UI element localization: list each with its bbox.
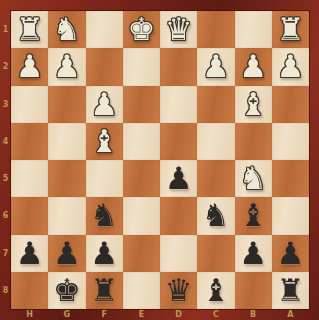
black-queen-d8[interactable]: ♛ bbox=[165, 275, 193, 306]
black-king-g8[interactable]: ♚ bbox=[53, 275, 81, 306]
square-f4[interactable]: ♝ bbox=[86, 123, 123, 160]
white-pawn-h2[interactable]: ♟ bbox=[16, 51, 44, 82]
square-d5[interactable]: ♟ bbox=[160, 160, 197, 197]
square-c5[interactable] bbox=[197, 160, 234, 197]
square-h7[interactable]: ♟ bbox=[11, 235, 48, 272]
square-c1[interactable] bbox=[197, 11, 234, 48]
square-d2[interactable] bbox=[160, 48, 197, 85]
black-rook-a8[interactable]: ♜ bbox=[276, 275, 304, 306]
square-g1[interactable]: ♞ bbox=[48, 11, 85, 48]
square-f7[interactable]: ♟ bbox=[86, 235, 123, 272]
square-d4[interactable] bbox=[160, 123, 197, 160]
square-g2[interactable]: ♟ bbox=[48, 48, 85, 85]
square-e8[interactable] bbox=[123, 272, 160, 309]
square-e7[interactable] bbox=[123, 235, 160, 272]
square-c3[interactable] bbox=[197, 86, 234, 123]
square-c8[interactable]: ♝ bbox=[197, 272, 234, 309]
square-b3[interactable]: ♝ bbox=[235, 86, 272, 123]
rank-label-1: 1 bbox=[0, 11, 11, 48]
file-label-b: B bbox=[235, 309, 272, 320]
square-c4[interactable] bbox=[197, 123, 234, 160]
square-e6[interactable] bbox=[123, 197, 160, 234]
square-c6[interactable]: ♞ bbox=[197, 197, 234, 234]
square-f2[interactable] bbox=[86, 48, 123, 85]
square-a7[interactable]: ♟ bbox=[272, 235, 309, 272]
square-f6[interactable]: ♞ bbox=[86, 197, 123, 234]
square-d7[interactable] bbox=[160, 235, 197, 272]
rank-label-3: 3 bbox=[0, 86, 11, 123]
square-a2[interactable]: ♟ bbox=[272, 48, 309, 85]
square-d8[interactable]: ♛ bbox=[160, 272, 197, 309]
square-f1[interactable] bbox=[86, 11, 123, 48]
square-a6[interactable] bbox=[272, 197, 309, 234]
rank-label-2: 2 bbox=[0, 48, 11, 85]
square-d3[interactable] bbox=[160, 86, 197, 123]
black-pawn-a7[interactable]: ♟ bbox=[276, 238, 304, 269]
file-label-g: G bbox=[48, 309, 85, 320]
square-e3[interactable] bbox=[123, 86, 160, 123]
white-bishop-f4[interactable]: ♝ bbox=[90, 126, 118, 157]
square-h4[interactable] bbox=[11, 123, 48, 160]
white-rook-h1[interactable]: ♜ bbox=[16, 14, 44, 45]
black-pawn-b7[interactable]: ♟ bbox=[239, 238, 267, 269]
black-pawn-f7[interactable]: ♟ bbox=[90, 238, 118, 269]
square-e4[interactable] bbox=[123, 123, 160, 160]
square-g5[interactable] bbox=[48, 160, 85, 197]
white-king-e1[interactable]: ♚ bbox=[127, 14, 155, 45]
file-label-h: H bbox=[11, 309, 48, 320]
square-g8[interactable]: ♚ bbox=[48, 272, 85, 309]
rank-label-4: 4 bbox=[0, 123, 11, 160]
square-e1[interactable]: ♚ bbox=[123, 11, 160, 48]
black-knight-f6[interactable]: ♞ bbox=[90, 200, 118, 231]
square-a3[interactable] bbox=[272, 86, 309, 123]
rank-label-8: 8 bbox=[0, 272, 11, 309]
square-h3[interactable] bbox=[11, 86, 48, 123]
square-g6[interactable] bbox=[48, 197, 85, 234]
white-bishop-b3[interactable]: ♝ bbox=[239, 89, 267, 120]
square-h5[interactable] bbox=[11, 160, 48, 197]
white-pawn-a2[interactable]: ♟ bbox=[276, 51, 304, 82]
white-pawn-c2[interactable]: ♟ bbox=[202, 51, 230, 82]
black-bishop-b6[interactable]: ♝ bbox=[239, 200, 267, 231]
square-g7[interactable]: ♟ bbox=[48, 235, 85, 272]
square-h1[interactable]: ♜ bbox=[11, 11, 48, 48]
square-b1[interactable] bbox=[235, 11, 272, 48]
square-a8[interactable]: ♜ bbox=[272, 272, 309, 309]
square-b7[interactable]: ♟ bbox=[235, 235, 272, 272]
square-a5[interactable] bbox=[272, 160, 309, 197]
square-a4[interactable] bbox=[272, 123, 309, 160]
square-g3[interactable] bbox=[48, 86, 85, 123]
square-h2[interactable]: ♟ bbox=[11, 48, 48, 85]
black-pawn-d5[interactable]: ♟ bbox=[165, 163, 193, 194]
white-knight-g1[interactable]: ♞ bbox=[53, 14, 81, 45]
file-label-c: C bbox=[197, 309, 234, 320]
square-f8[interactable]: ♜ bbox=[86, 272, 123, 309]
square-d6[interactable] bbox=[160, 197, 197, 234]
rank-label-5: 5 bbox=[0, 160, 11, 197]
square-b5[interactable]: ♞ bbox=[235, 160, 272, 197]
white-queen-d1[interactable]: ♛ bbox=[165, 14, 193, 45]
white-pawn-g2[interactable]: ♟ bbox=[53, 51, 81, 82]
square-b6[interactable]: ♝ bbox=[235, 197, 272, 234]
file-label-f: F bbox=[86, 309, 123, 320]
rank-label-6: 6 bbox=[0, 197, 11, 234]
black-rook-f8[interactable]: ♜ bbox=[90, 275, 118, 306]
square-e2[interactable] bbox=[123, 48, 160, 85]
square-h6[interactable] bbox=[11, 197, 48, 234]
file-label-a: A bbox=[272, 309, 309, 320]
square-h8[interactable] bbox=[11, 272, 48, 309]
square-b2[interactable]: ♟ bbox=[235, 48, 272, 85]
chess-app-window: ♜♞♚♛♜♟♟♟♟♟♟♝♝♟♞♞♞♝♟♟♟♟♟♚♜♛♝♜ 12345678HGF… bbox=[0, 0, 319, 320]
chess-board: ♜♞♚♛♜♟♟♟♟♟♟♝♝♟♞♞♞♝♟♟♟♟♟♚♜♛♝♜ bbox=[11, 11, 309, 309]
black-knight-c6[interactable]: ♞ bbox=[202, 200, 230, 231]
square-c2[interactable]: ♟ bbox=[197, 48, 234, 85]
black-bishop-c8[interactable]: ♝ bbox=[202, 275, 230, 306]
white-pawn-b2[interactable]: ♟ bbox=[239, 51, 267, 82]
square-e5[interactable] bbox=[123, 160, 160, 197]
black-pawn-g7[interactable]: ♟ bbox=[53, 238, 81, 269]
white-knight-b5[interactable]: ♞ bbox=[239, 163, 267, 194]
rank-label-7: 7 bbox=[0, 235, 11, 272]
square-c7[interactable] bbox=[197, 235, 234, 272]
black-pawn-h7[interactable]: ♟ bbox=[16, 238, 44, 269]
square-b4[interactable] bbox=[235, 123, 272, 160]
square-g4[interactable] bbox=[48, 123, 85, 160]
file-label-e: E bbox=[123, 309, 160, 320]
file-label-d: D bbox=[160, 309, 197, 320]
square-b8[interactable] bbox=[235, 272, 272, 309]
square-f3[interactable]: ♟ bbox=[86, 86, 123, 123]
square-f5[interactable] bbox=[86, 160, 123, 197]
square-d1[interactable]: ♛ bbox=[160, 11, 197, 48]
square-a1[interactable]: ♜ bbox=[272, 11, 309, 48]
white-pawn-f3[interactable]: ♟ bbox=[90, 89, 118, 120]
white-rook-a1[interactable]: ♜ bbox=[276, 14, 304, 45]
